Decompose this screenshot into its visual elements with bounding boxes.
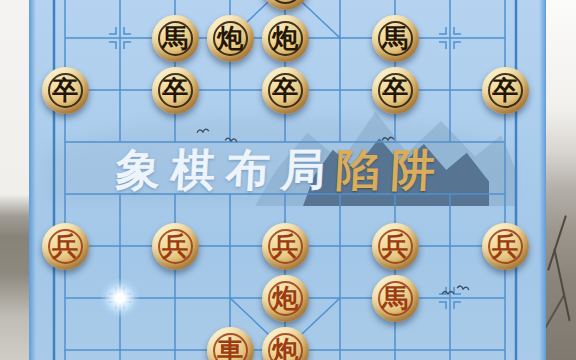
title-part-gold: 陷阱 (335, 144, 448, 195)
piece-character: 炮 (272, 25, 298, 51)
piece-red-soldier[interactable]: 兵 (262, 223, 309, 270)
piece-black-horse[interactable]: 馬 (372, 15, 419, 62)
piece-character: 馬 (382, 285, 408, 311)
piece-red-soldier[interactable]: 兵 (482, 223, 529, 270)
piece-character: 炮 (272, 285, 298, 311)
piece-black-soldier[interactable]: 卒 (42, 67, 89, 114)
piece-character: 卒 (52, 77, 78, 103)
piece-character: 兵 (272, 233, 298, 259)
page-title: 象棋布局陷阱 (115, 144, 448, 196)
piece-character: 兵 (492, 233, 518, 259)
piece-character: 兵 (382, 233, 408, 259)
bird-icon (197, 129, 209, 133)
piece-red-soldier[interactable]: 兵 (42, 223, 89, 270)
piece-black-cannon[interactable]: 炮 (207, 15, 254, 62)
bird-icon (225, 138, 237, 142)
piece-black-cannon[interactable]: 炮 (262, 15, 309, 62)
piece-character: 車 (217, 337, 243, 360)
piece-character: 炮 (272, 337, 298, 360)
piece-character: 兵 (52, 233, 78, 259)
piece-character: 卒 (162, 77, 188, 103)
piece-black-horse[interactable]: 馬 (152, 15, 199, 62)
piece-red-horse[interactable]: 馬 (372, 275, 419, 322)
piece-character: 卒 (272, 77, 298, 103)
bird-icon (382, 137, 394, 141)
piece-character: 馬 (382, 25, 408, 51)
title-part-white: 象棋布局 (115, 144, 338, 195)
piece-black-soldier[interactable]: 卒 (482, 67, 529, 114)
piece-character: 馬 (162, 25, 188, 51)
piece-black-soldier[interactable]: 卒 (372, 67, 419, 114)
piece-character: 卒 (382, 77, 408, 103)
bird-icon (457, 285, 469, 290)
piece-character: 兵 (162, 233, 188, 259)
piece-character: 炮 (217, 25, 243, 51)
xiangqi-app-screen: 象棋布局陷阱 士馬炮炮馬卒卒卒卒卒兵兵兵兵兵炮馬車炮 (0, 0, 576, 360)
piece-red-cannon[interactable]: 炮 (262, 275, 309, 322)
piece-red-soldier[interactable]: 兵 (372, 223, 419, 270)
highlight-glow (100, 278, 140, 318)
piece-character: 卒 (492, 77, 518, 103)
piece-black-soldier[interactable]: 卒 (152, 67, 199, 114)
piece-red-soldier[interactable]: 兵 (152, 223, 199, 270)
piece-black-soldier[interactable]: 卒 (262, 67, 309, 114)
